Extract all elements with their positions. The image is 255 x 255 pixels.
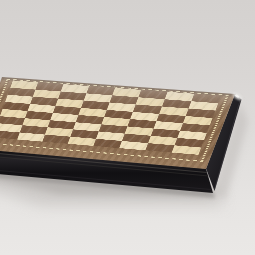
scene	[0, 0, 255, 255]
molding-base-highlight	[0, 169, 211, 190]
corner-specular-core	[234, 94, 239, 98]
shadow-wide	[0, 162, 225, 205]
shadow-contact	[0, 170, 215, 198]
chess-board	[0, 77, 235, 169]
